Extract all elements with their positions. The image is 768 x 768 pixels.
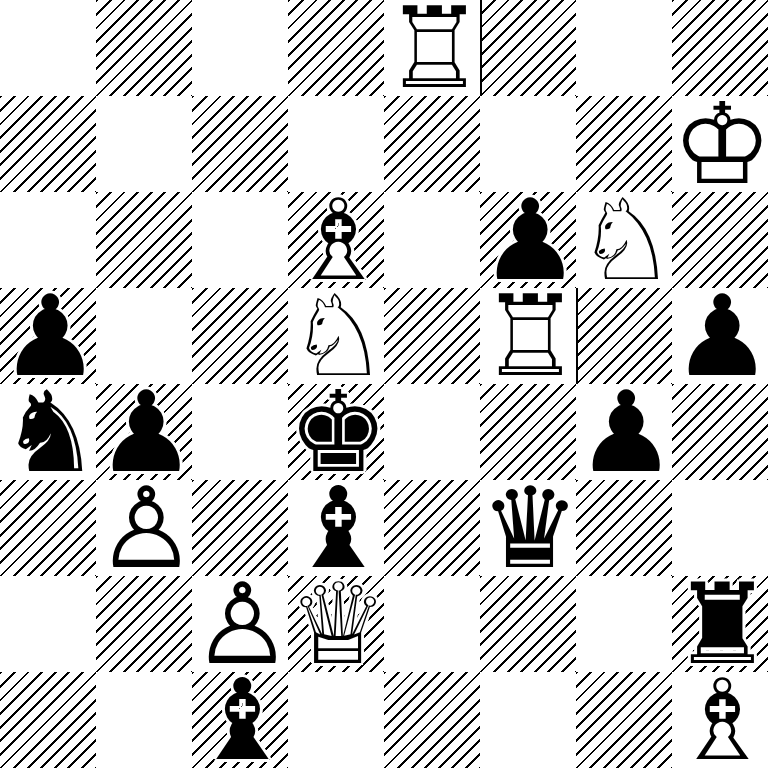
black-pawn-halo: ♟ (96, 384, 192, 480)
square-h7[interactable]: ♚♔ (672, 96, 768, 192)
piece-black-pawn: ♟ (0, 288, 96, 384)
white-knight-halo: ♞ (288, 288, 384, 384)
square-d2[interactable]: ♛♕ (288, 576, 384, 672)
piece-white-pawn: ♙ (96, 480, 192, 576)
square-a3[interactable] (0, 480, 96, 576)
square-c2[interactable]: ♟♙ (192, 576, 288, 672)
square-h5[interactable]: ♟♟ (672, 288, 768, 384)
square-e4[interactable] (384, 384, 480, 480)
piece-white-queen: ♕ (288, 576, 384, 672)
black-pawn-halo: ♟ (576, 384, 672, 480)
piece-white-bishop: ♗ (288, 192, 384, 288)
white-queen-halo: ♛ (288, 576, 384, 672)
piece-black-pawn: ♟ (672, 288, 768, 384)
square-f1[interactable] (480, 672, 576, 768)
square-g5[interactable] (576, 288, 672, 384)
square-d7[interactable] (288, 96, 384, 192)
square-a2[interactable] (0, 576, 96, 672)
square-c3[interactable] (192, 480, 288, 576)
square-g6[interactable]: ♞♘ (576, 192, 672, 288)
white-pawn-halo: ♟ (96, 480, 192, 576)
square-h8[interactable] (672, 0, 768, 96)
square-c1[interactable]: ♝♝ (192, 672, 288, 768)
square-d3[interactable]: ♝♝ (288, 480, 384, 576)
black-rook-halo: ♜ (672, 576, 768, 672)
square-e8[interactable]: ♜♖ (384, 0, 480, 96)
black-bishop-halo: ♝ (288, 480, 384, 576)
square-b7[interactable] (96, 96, 192, 192)
piece-black-knight: ♞ (0, 384, 96, 480)
black-knight-halo: ♞ (0, 384, 96, 480)
piece-white-king: ♔ (672, 96, 768, 192)
square-f7[interactable] (480, 96, 576, 192)
square-b6[interactable] (96, 192, 192, 288)
white-pawn-halo: ♟ (192, 576, 288, 672)
square-d4[interactable]: ♚♚ (288, 384, 384, 480)
square-c5[interactable] (192, 288, 288, 384)
square-e5[interactable] (384, 288, 480, 384)
square-b4[interactable]: ♟♟ (96, 384, 192, 480)
black-pawn-halo: ♟ (672, 288, 768, 384)
square-f4[interactable] (480, 384, 576, 480)
square-e3[interactable] (384, 480, 480, 576)
chess-board: ♜♖♚♔♝♗♟♟♞♘♟♟♞♘♜♖♟♟♞♞♟♟♚♚♟♟♟♙♝♝♛♛♟♙♛♕♜♜♝♝… (0, 0, 768, 768)
black-bishop-halo: ♝ (192, 672, 288, 768)
square-a8[interactable] (0, 0, 96, 96)
piece-black-queen: ♛ (480, 480, 576, 576)
square-d5[interactable]: ♞♘ (288, 288, 384, 384)
square-b3[interactable]: ♟♙ (96, 480, 192, 576)
piece-white-pawn: ♙ (192, 576, 288, 672)
white-rook-halo: ♜ (480, 288, 576, 384)
black-queen-halo: ♛ (480, 480, 576, 576)
square-g4[interactable]: ♟♟ (576, 384, 672, 480)
piece-black-king: ♚ (288, 384, 384, 480)
piece-white-bishop: ♗ (672, 672, 768, 768)
square-g7[interactable] (576, 96, 672, 192)
piece-white-knight: ♘ (576, 192, 672, 288)
square-f2[interactable] (480, 576, 576, 672)
square-g8[interactable] (576, 0, 672, 96)
square-d6[interactable]: ♝♗ (288, 192, 384, 288)
piece-white-rook: ♖ (480, 288, 576, 384)
piece-black-pawn: ♟ (96, 384, 192, 480)
piece-black-bishop: ♝ (288, 480, 384, 576)
square-a4[interactable]: ♞♞ (0, 384, 96, 480)
square-a1[interactable] (0, 672, 96, 768)
square-h1[interactable]: ♝♗ (672, 672, 768, 768)
glyph-artifact-line (576, 288, 578, 384)
square-e7[interactable] (384, 96, 480, 192)
piece-black-rook: ♜ (672, 576, 768, 672)
white-king-halo: ♚ (672, 96, 768, 192)
square-b5[interactable] (96, 288, 192, 384)
square-b8[interactable] (96, 0, 192, 96)
square-h3[interactable] (672, 480, 768, 576)
square-e1[interactable] (384, 672, 480, 768)
square-g2[interactable] (576, 576, 672, 672)
square-h2[interactable]: ♜♜ (672, 576, 768, 672)
square-d1[interactable] (288, 672, 384, 768)
square-g3[interactable] (576, 480, 672, 576)
square-a7[interactable] (0, 96, 96, 192)
piece-black-bishop: ♝ (192, 672, 288, 768)
square-g1[interactable] (576, 672, 672, 768)
black-pawn-halo: ♟ (480, 192, 576, 288)
square-e2[interactable] (384, 576, 480, 672)
square-c8[interactable] (192, 0, 288, 96)
piece-black-pawn: ♟ (480, 192, 576, 288)
piece-black-pawn: ♟ (576, 384, 672, 480)
square-b2[interactable] (96, 576, 192, 672)
black-king-halo: ♚ (288, 384, 384, 480)
square-f5[interactable]: ♜♖ (480, 288, 576, 384)
square-c6[interactable] (192, 192, 288, 288)
black-pawn-halo: ♟ (0, 288, 96, 384)
white-rook-halo: ♜ (384, 0, 480, 96)
piece-white-knight: ♘ (288, 288, 384, 384)
square-c7[interactable] (192, 96, 288, 192)
glyph-artifact-line (480, 0, 482, 96)
square-d8[interactable] (288, 0, 384, 96)
square-f3[interactable]: ♛♛ (480, 480, 576, 576)
square-f8[interactable] (480, 0, 576, 96)
white-knight-halo: ♞ (576, 192, 672, 288)
square-a6[interactable] (0, 192, 96, 288)
square-h4[interactable] (672, 384, 768, 480)
square-b1[interactable] (96, 672, 192, 768)
square-c4[interactable] (192, 384, 288, 480)
white-bishop-halo: ♝ (672, 672, 768, 768)
square-h6[interactable] (672, 192, 768, 288)
square-f6[interactable]: ♟♟ (480, 192, 576, 288)
piece-white-rook: ♖ (384, 0, 480, 96)
square-e6[interactable] (384, 192, 480, 288)
white-bishop-halo: ♝ (288, 192, 384, 288)
square-a5[interactable]: ♟♟ (0, 288, 96, 384)
